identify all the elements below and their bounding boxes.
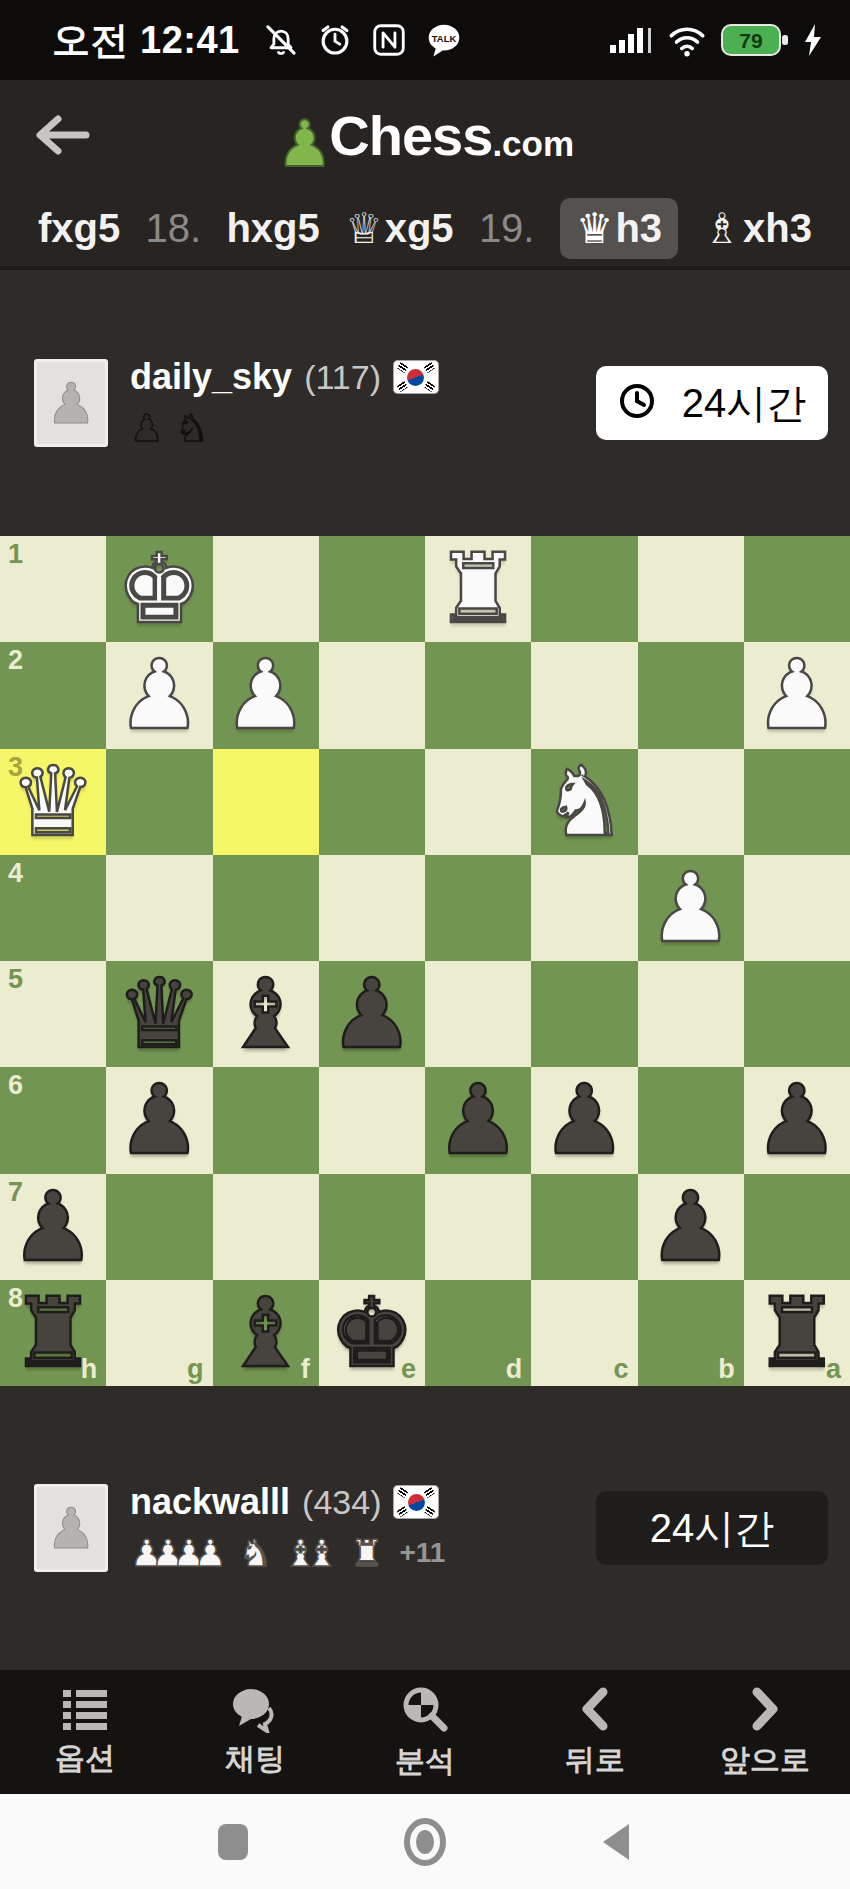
nav-label: 채팅 — [225, 1739, 285, 1780]
square-g5[interactable]: ♛ — [106, 961, 212, 1067]
square-e4[interactable] — [319, 855, 425, 961]
battery-icon: 79 — [720, 22, 790, 58]
piece-wR-d1: ♜ — [425, 536, 531, 642]
square-a8[interactable]: a♜ — [744, 1280, 850, 1386]
game-area: ♟ daily_sky (117) ♟♞ 24시간 1♚♜2♟♟♟3♛♞4♟5♛… — [0, 270, 850, 1670]
square-a6[interactable]: ♟ — [744, 1067, 850, 1173]
piece-bR-a8: ♜ — [744, 1280, 850, 1386]
rank-label-4: 4 — [8, 858, 23, 889]
square-f2[interactable]: ♟ — [213, 642, 319, 748]
square-e8[interactable]: e♚ — [319, 1280, 425, 1386]
square-a7[interactable] — [744, 1174, 850, 1280]
square-b8[interactable]: b — [638, 1280, 744, 1386]
nfc-icon — [370, 21, 408, 59]
move-number: 19. — [479, 206, 535, 251]
clock-time: 오전 12:41 — [52, 15, 240, 66]
square-e1[interactable] — [319, 536, 425, 642]
rank-label-1: 1 — [8, 539, 23, 570]
piece-bP-b7: ♟ — [638, 1174, 744, 1280]
square-d3[interactable] — [425, 749, 531, 855]
square-f5[interactable]: ♝ — [213, 961, 319, 1067]
piece-bP-d6: ♟ — [425, 1067, 531, 1173]
piece-bQ-g5: ♛ — [106, 961, 212, 1067]
captured-group: ♝♝ — [284, 1535, 338, 1572]
captured-white-R-icon: ♜ — [350, 1535, 383, 1572]
square-c4[interactable] — [531, 855, 637, 961]
square-g1[interactable]: ♚ — [106, 536, 212, 642]
chesscom-logo: ♟ Chess .com — [276, 103, 574, 168]
piece-wK-g1: ♚ — [106, 536, 212, 642]
square-f8[interactable]: f♝ — [213, 1280, 319, 1386]
file-label-c: c — [613, 1354, 628, 1385]
nav-label: 분석 — [395, 1741, 455, 1782]
square-h2[interactable]: 2 — [0, 642, 106, 748]
captured-group: ♞ — [175, 410, 208, 447]
status-bar: 오전 12:41 TALK 79 — [0, 0, 850, 80]
logo-suffix: .com — [492, 124, 574, 164]
file-label-d: d — [506, 1354, 523, 1385]
square-d7[interactable] — [425, 1174, 531, 1280]
move-token-xh3[interactable]: ♗xh3 — [703, 204, 812, 253]
captured-black-P-icon: ♟ — [130, 410, 163, 447]
piece-bP-c6: ♟ — [531, 1067, 637, 1173]
square-g7[interactable] — [106, 1174, 212, 1280]
square-c1[interactable] — [531, 536, 637, 642]
square-f7[interactable] — [213, 1174, 319, 1280]
move-token-h3[interactable]: ♛h3 — [560, 198, 678, 259]
square-h8[interactable]: 8h♜ — [0, 1280, 106, 1386]
square-f1[interactable] — [213, 536, 319, 642]
square-b3[interactable] — [638, 749, 744, 855]
square-c2[interactable] — [531, 642, 637, 748]
square-g8[interactable]: g — [106, 1280, 212, 1386]
square-h7[interactable]: 7♟ — [0, 1174, 106, 1280]
square-b2[interactable] — [638, 642, 744, 748]
square-e6[interactable] — [319, 1067, 425, 1173]
square-h1[interactable]: 1 — [0, 536, 106, 642]
square-a5[interactable] — [744, 961, 850, 1067]
square-d5[interactable] — [425, 961, 531, 1067]
queen-outline-icon: ♕ — [345, 204, 383, 253]
piece-bB-f5: ♝ — [213, 961, 319, 1067]
square-d2[interactable] — [425, 642, 531, 748]
rank-label-5: 5 — [8, 964, 23, 995]
square-f3[interactable] — [213, 749, 319, 855]
square-a3[interactable] — [744, 749, 850, 855]
square-a2[interactable]: ♟ — [744, 642, 850, 748]
square-c8[interactable]: c — [531, 1280, 637, 1386]
square-b5[interactable] — [638, 961, 744, 1067]
recents-icon[interactable] — [215, 1821, 251, 1863]
square-e2[interactable] — [319, 642, 425, 748]
square-f6[interactable] — [213, 1067, 319, 1173]
home-icon[interactable] — [403, 1818, 447, 1866]
south-korea-flag-icon — [393, 360, 439, 394]
top-clock-time: 24시간 — [682, 376, 807, 431]
square-d6[interactable]: ♟ — [425, 1067, 531, 1173]
top-player-panel: ♟ daily_sky (117) ♟♞ 24시간 — [0, 270, 850, 536]
back-icon[interactable] — [599, 1821, 635, 1863]
avatar-pawn-icon: ♟ — [46, 1496, 96, 1561]
logo-text: Chess — [329, 103, 492, 168]
square-f4[interactable] — [213, 855, 319, 961]
piece-bK-e8: ♚ — [319, 1280, 425, 1386]
square-h4[interactable]: 4 — [0, 855, 106, 961]
captured-group: ♟ — [130, 410, 163, 447]
square-b7[interactable]: ♟ — [638, 1174, 744, 1280]
square-c7[interactable] — [531, 1174, 637, 1280]
analysis-icon — [399, 1683, 451, 1735]
piece-bP-a6: ♟ — [744, 1067, 850, 1173]
nav-label: 뒤로 — [565, 1740, 625, 1781]
bottom-player-rating: (434) — [302, 1483, 381, 1522]
square-g2[interactable]: ♟ — [106, 642, 212, 748]
svg-text:TALK: TALK — [432, 33, 457, 44]
captured-white-B-icon: ♝ — [305, 1535, 338, 1572]
app-header: ♟ Chess .com — [0, 80, 850, 190]
signal-icon — [608, 23, 654, 57]
piece-bB-f8: ♝ — [213, 1280, 319, 1386]
move-token-xg5[interactable]: ♕xg5 — [345, 204, 454, 253]
captured-group: ♞ — [239, 1535, 272, 1572]
move-token-fxg5[interactable]: fxg5 — [38, 206, 120, 251]
square-e5[interactable]: ♟ — [319, 961, 425, 1067]
square-e3[interactable] — [319, 749, 425, 855]
square-b1[interactable] — [638, 536, 744, 642]
charging-bolt-icon — [802, 23, 824, 57]
nav-item-옵션[interactable]: 옵션 — [25, 1686, 145, 1779]
square-b6[interactable] — [638, 1067, 744, 1173]
south-korea-flag-icon — [393, 1485, 439, 1519]
bottom-captured-pieces: ♟♟♟♟♞♝♝♜+11 — [130, 1531, 596, 1575]
top-player-name[interactable]: daily_sky — [130, 356, 292, 398]
file-label-b: b — [718, 1354, 735, 1385]
bottom-player-panel: ♟ nackwalll (434) ♟♟♟♟♞♝♝♜+11 24시간 — [0, 1386, 850, 1670]
square-c5[interactable] — [531, 961, 637, 1067]
square-g4[interactable] — [106, 855, 212, 961]
forward-chevron-icon — [745, 1684, 785, 1734]
file-label-g: g — [187, 1354, 204, 1385]
piece-wP-f2: ♟ — [213, 642, 319, 748]
back-arrow-icon[interactable] — [34, 113, 90, 157]
square-a4[interactable] — [744, 855, 850, 961]
top-player-rating: (117) — [304, 358, 381, 397]
back-chevron-icon — [575, 1684, 615, 1734]
logo-pawn-icon: ♟ — [276, 116, 333, 174]
android-nav-bar — [0, 1794, 850, 1889]
captured-white-P-icon: ♟ — [194, 1535, 227, 1572]
bottom-player-avatar[interactable]: ♟ — [34, 1484, 108, 1572]
square-g3[interactable] — [106, 749, 212, 855]
battery-percent-text: 79 — [739, 29, 762, 52]
bottom-player-name[interactable]: nackwalll — [130, 1481, 290, 1523]
rank-label-2: 2 — [8, 645, 23, 676]
bishop-outline-icon: ♗ — [703, 204, 741, 253]
square-c6[interactable]: ♟ — [531, 1067, 637, 1173]
piece-bP-g6: ♟ — [106, 1067, 212, 1173]
alarm-icon — [316, 21, 354, 59]
move-list: fxg518.hxg5♕xg519.♛h3♗xh3 — [0, 190, 850, 270]
square-h6[interactable]: 6 — [0, 1067, 106, 1173]
queen-filled-icon: ♛ — [576, 204, 614, 253]
move-token-hxg5[interactable]: hxg5 — [226, 206, 319, 251]
piece-wP-g2: ♟ — [106, 642, 212, 748]
captured-group: ♜ — [350, 1535, 383, 1572]
square-h3[interactable]: 3♛ — [0, 749, 106, 855]
piece-bR-h8: ♜ — [0, 1280, 106, 1386]
rank-label-6: 6 — [8, 1070, 23, 1101]
captured-group: ♟♟♟♟ — [130, 1535, 227, 1572]
square-a1[interactable] — [744, 536, 850, 642]
captured-white-N-icon: ♞ — [239, 1535, 272, 1572]
chat-icon — [228, 1685, 282, 1733]
bottom-clock-time: 24시간 — [650, 1501, 775, 1556]
avatar-pawn-icon: ♟ — [46, 371, 96, 436]
piece-bP-e5: ♟ — [319, 961, 425, 1067]
top-player-clock: 24시간 — [596, 366, 828, 440]
wifi-icon — [666, 22, 708, 58]
vibrate-off-icon — [262, 21, 300, 59]
nav-item-앞으로[interactable]: 앞으로 — [705, 1684, 825, 1781]
bottom-player-clock: 24시간 — [596, 1491, 828, 1565]
square-b4[interactable]: ♟ — [638, 855, 744, 961]
top-player-avatar[interactable]: ♟ — [34, 359, 108, 447]
nav-label: 옵션 — [55, 1738, 115, 1779]
bottom-nav: 옵션채팅분석뒤로앞으로 — [0, 1670, 850, 1794]
nav-item-채팅[interactable]: 채팅 — [195, 1685, 315, 1780]
options-list-icon — [59, 1686, 111, 1732]
piece-wP-a2: ♟ — [744, 642, 850, 748]
clock-icon — [618, 382, 656, 424]
top-captured-pieces: ♟♞ — [130, 406, 596, 450]
square-c3[interactable]: ♞ — [531, 749, 637, 855]
square-d1[interactable]: ♜ — [425, 536, 531, 642]
piece-wN-c3: ♞ — [531, 749, 637, 855]
square-e7[interactable] — [319, 1174, 425, 1280]
piece-wQ-h3: ♛ — [0, 749, 106, 855]
square-g6[interactable]: ♟ — [106, 1067, 212, 1173]
chess-board: 1♚♜2♟♟♟3♛♞4♟5♛♝♟6♟♟♟♟7♟♟8h♜gf♝e♚dcba♜ — [0, 536, 850, 1386]
square-h5[interactable]: 5 — [0, 961, 106, 1067]
nav-item-분석[interactable]: 분석 — [365, 1683, 485, 1782]
move-number: 18. — [146, 206, 202, 251]
kakaotalk-icon: TALK — [424, 20, 464, 60]
material-advantage: +11 — [399, 1537, 445, 1569]
piece-bP-h7: ♟ — [0, 1174, 106, 1280]
piece-wP-b4: ♟ — [638, 855, 744, 961]
square-d8[interactable]: d — [425, 1280, 531, 1386]
nav-label: 앞으로 — [720, 1740, 810, 1781]
nav-item-뒤로[interactable]: 뒤로 — [535, 1684, 655, 1781]
captured-black-N-icon: ♞ — [175, 410, 208, 447]
square-d4[interactable] — [425, 855, 531, 961]
